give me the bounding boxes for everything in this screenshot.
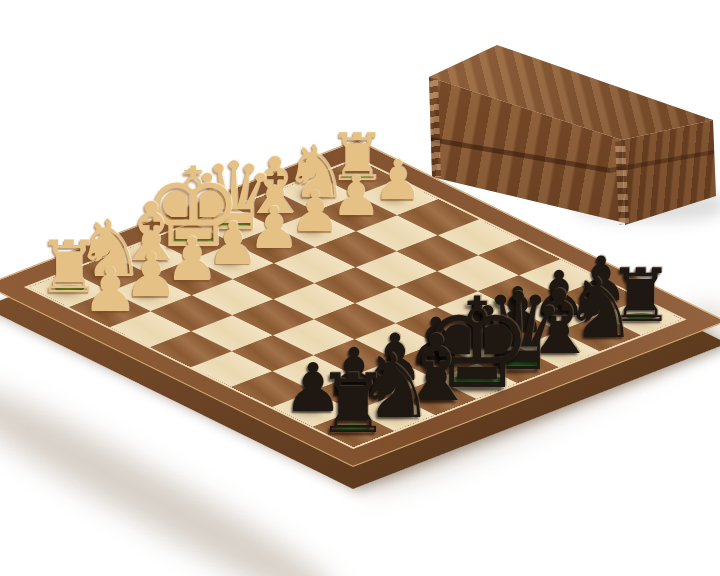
- product-photo-stage: ♜♞♟♝♟♛♟♚♟♝♟♞♟♜♟♟♟♟♜♟♞♟♝♟♛♟♚♟♝♟♞♜: [0, 0, 720, 576]
